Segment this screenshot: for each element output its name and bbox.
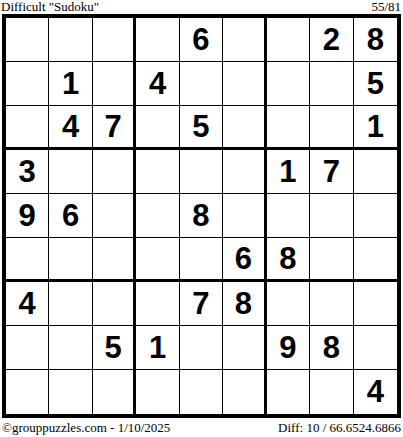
cell-r7c9[interactable] [354,282,397,326]
cell-r7c1: 4 [6,282,49,326]
cell-r7c6: 8 [223,282,266,326]
cell-r9c8[interactable] [310,370,353,414]
cell-r1c5: 6 [180,18,223,62]
cell-r3c6[interactable] [223,106,266,150]
cell-r5c7[interactable] [267,194,310,238]
cell-r8c6[interactable] [223,326,266,370]
cell-r5c8[interactable] [310,194,353,238]
copyright-text: ©grouppuzzles.com - 1/10/2025 [2,421,170,434]
cell-r7c4[interactable] [136,282,179,326]
difficulty-text: Diff: 10 / 66.6524.6866 [278,421,401,434]
cell-r6c5[interactable] [180,238,223,282]
cell-r9c9: 4 [354,370,397,414]
cell-r1c6[interactable] [223,18,266,62]
cell-r4c8: 7 [310,150,353,194]
cell-r2c5[interactable] [180,62,223,106]
cell-r5c6[interactable] [223,194,266,238]
cell-r2c6[interactable] [223,62,266,106]
cell-r6c9[interactable] [354,238,397,282]
cell-r6c8[interactable] [310,238,353,282]
cell-r2c3[interactable] [93,62,136,106]
cell-r8c1[interactable] [6,326,49,370]
header: Difficult "Sudoku" 55/81 [0,0,403,14]
cell-r4c3[interactable] [93,150,136,194]
footer: ©grouppuzzles.com - 1/10/2025 Diff: 10 /… [0,421,403,434]
cell-r2c4: 4 [136,62,179,106]
cell-r1c9: 8 [354,18,397,62]
cell-r8c8: 8 [310,326,353,370]
cell-r6c6: 6 [223,238,266,282]
cell-r5c3[interactable] [93,194,136,238]
cell-r8c4: 1 [136,326,179,370]
cell-r5c5: 8 [180,194,223,238]
sudoku-board: 62814547513179686847851984 [2,14,401,418]
cell-r5c1: 9 [6,194,49,238]
cell-r4c2[interactable] [49,150,92,194]
cell-r9c6[interactable] [223,370,266,414]
cell-r4c1: 3 [6,150,49,194]
cell-r3c8[interactable] [310,106,353,150]
cell-r9c2[interactable] [49,370,92,414]
cell-r1c8: 2 [310,18,353,62]
cell-r4c9[interactable] [354,150,397,194]
cell-r5c4[interactable] [136,194,179,238]
cell-r7c7[interactable] [267,282,310,326]
cell-r7c2[interactable] [49,282,92,326]
cell-r7c5: 7 [180,282,223,326]
cell-r9c1[interactable] [6,370,49,414]
cell-r4c4[interactable] [136,150,179,194]
cell-r1c1[interactable] [6,18,49,62]
cell-r7c8[interactable] [310,282,353,326]
cell-r3c5: 5 [180,106,223,150]
cell-r3c9: 1 [354,106,397,150]
cell-r3c4[interactable] [136,106,179,150]
cell-r1c2[interactable] [49,18,92,62]
cell-r2c8[interactable] [310,62,353,106]
cell-r1c3[interactable] [93,18,136,62]
cell-r2c1[interactable] [6,62,49,106]
cell-r8c7: 9 [267,326,310,370]
cell-r2c2: 1 [49,62,92,106]
cell-r9c3[interactable] [93,370,136,414]
cell-r3c1[interactable] [6,106,49,150]
cell-r5c2: 6 [49,194,92,238]
cell-r2c9: 5 [354,62,397,106]
cell-r8c5[interactable] [180,326,223,370]
puzzle-title: Difficult "Sudoku" [1,0,99,13]
cell-r2c7[interactable] [267,62,310,106]
cell-r7c3[interactable] [93,282,136,326]
cell-r6c7: 8 [267,238,310,282]
cell-r8c9[interactable] [354,326,397,370]
cell-r1c4[interactable] [136,18,179,62]
cell-r9c7[interactable] [267,370,310,414]
cell-r8c2[interactable] [49,326,92,370]
cell-r1c7[interactable] [267,18,310,62]
cell-r3c7[interactable] [267,106,310,150]
cell-r4c6[interactable] [223,150,266,194]
cell-r4c7: 1 [267,150,310,194]
cell-r9c5[interactable] [180,370,223,414]
cell-r6c4[interactable] [136,238,179,282]
cell-r6c1[interactable] [6,238,49,282]
cell-r3c2: 4 [49,106,92,150]
cell-r5c9[interactable] [354,194,397,238]
cell-r6c2[interactable] [49,238,92,282]
cell-r6c3[interactable] [93,238,136,282]
cell-r8c3: 5 [93,326,136,370]
empty-cells-counter: 55/81 [371,0,401,13]
cell-r3c3: 7 [93,106,136,150]
cell-r4c5[interactable] [180,150,223,194]
cell-r9c4[interactable] [136,370,179,414]
